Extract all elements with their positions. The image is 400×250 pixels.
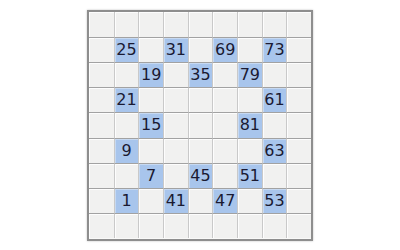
cell-r2c2-clue: 25 bbox=[114, 37, 139, 62]
cell-r7c9[interactable] bbox=[286, 163, 311, 188]
cell-r5c6[interactable] bbox=[212, 112, 237, 137]
cell-r7c3-clue: 7 bbox=[138, 163, 163, 188]
cell-r4c7[interactable] bbox=[237, 87, 262, 112]
cell-r9c5[interactable] bbox=[188, 213, 213, 238]
cell-r8c8-clue: 53 bbox=[262, 188, 287, 213]
cell-r4c3[interactable] bbox=[138, 87, 163, 112]
cell-r4c4[interactable] bbox=[163, 87, 188, 112]
cell-r2c1[interactable] bbox=[89, 37, 114, 62]
cell-r2c7[interactable] bbox=[237, 37, 262, 62]
cell-r1c3[interactable] bbox=[138, 12, 163, 37]
cell-r6c9[interactable] bbox=[286, 138, 311, 163]
cell-r6c6[interactable] bbox=[212, 138, 237, 163]
cell-r9c9[interactable] bbox=[286, 213, 311, 238]
cell-r5c4[interactable] bbox=[163, 112, 188, 137]
cell-r9c7[interactable] bbox=[237, 213, 262, 238]
cell-r5c2[interactable] bbox=[114, 112, 139, 137]
cell-r2c8-clue: 73 bbox=[262, 37, 287, 62]
cell-r3c7-clue: 79 bbox=[237, 62, 262, 87]
cell-r1c7[interactable] bbox=[237, 12, 262, 37]
cell-r8c6-clue: 47 bbox=[212, 188, 237, 213]
cell-r7c1[interactable] bbox=[89, 163, 114, 188]
cell-r4c6[interactable] bbox=[212, 87, 237, 112]
cell-r3c5-clue: 35 bbox=[188, 62, 213, 87]
cell-r8c4-clue: 41 bbox=[163, 188, 188, 213]
cell-r1c1[interactable] bbox=[89, 12, 114, 37]
cell-r3c9[interactable] bbox=[286, 62, 311, 87]
cell-r3c2[interactable] bbox=[114, 62, 139, 87]
cell-r4c9[interactable] bbox=[286, 87, 311, 112]
cell-r4c1[interactable] bbox=[89, 87, 114, 112]
cell-r6c7[interactable] bbox=[237, 138, 262, 163]
cell-r8c9[interactable] bbox=[286, 188, 311, 213]
cell-r4c5[interactable] bbox=[188, 87, 213, 112]
cell-r7c6[interactable] bbox=[212, 163, 237, 188]
cell-r4c2-clue: 21 bbox=[114, 87, 139, 112]
cell-r4c8-clue: 61 bbox=[262, 87, 287, 112]
cell-r3c4[interactable] bbox=[163, 62, 188, 87]
cell-r1c5[interactable] bbox=[188, 12, 213, 37]
cell-r6c2-clue: 9 bbox=[114, 138, 139, 163]
cell-r3c8[interactable] bbox=[262, 62, 287, 87]
cell-r5c5[interactable] bbox=[188, 112, 213, 137]
cell-r1c9[interactable] bbox=[286, 12, 311, 37]
cell-r5c7-clue: 81 bbox=[237, 112, 262, 137]
cell-r5c8[interactable] bbox=[262, 112, 287, 137]
cell-r8c7[interactable] bbox=[237, 188, 262, 213]
cell-r2c4-clue: 31 bbox=[163, 37, 188, 62]
cell-r5c9[interactable] bbox=[286, 112, 311, 137]
cell-r9c8[interactable] bbox=[262, 213, 287, 238]
cell-r8c1[interactable] bbox=[89, 188, 114, 213]
cell-r2c6-clue: 69 bbox=[212, 37, 237, 62]
cell-r8c5[interactable] bbox=[188, 188, 213, 213]
cell-r7c4[interactable] bbox=[163, 163, 188, 188]
cell-r7c7-clue: 51 bbox=[237, 163, 262, 188]
cell-r6c3[interactable] bbox=[138, 138, 163, 163]
cell-r6c1[interactable] bbox=[89, 138, 114, 163]
cell-r3c1[interactable] bbox=[89, 62, 114, 87]
cell-r1c6[interactable] bbox=[212, 12, 237, 37]
cell-r5c3-clue: 15 bbox=[138, 112, 163, 137]
cell-r7c2[interactable] bbox=[114, 163, 139, 188]
cell-r5c1[interactable] bbox=[89, 112, 114, 137]
cell-r8c3[interactable] bbox=[138, 188, 163, 213]
cell-r8c2-clue: 1 bbox=[114, 188, 139, 213]
cell-r9c6[interactable] bbox=[212, 213, 237, 238]
cell-r1c2[interactable] bbox=[114, 12, 139, 37]
cell-r6c4[interactable] bbox=[163, 138, 188, 163]
cell-r3c6[interactable] bbox=[212, 62, 237, 87]
page: 2531697319357921611581963745511414753 bbox=[0, 0, 400, 250]
cell-r9c4[interactable] bbox=[163, 213, 188, 238]
numbrix-board: 2531697319357921611581963745511414753 bbox=[87, 10, 313, 241]
cell-r2c9[interactable] bbox=[286, 37, 311, 62]
cell-r6c5[interactable] bbox=[188, 138, 213, 163]
cell-r2c3[interactable] bbox=[138, 37, 163, 62]
cell-r2c5[interactable] bbox=[188, 37, 213, 62]
cell-r1c8[interactable] bbox=[262, 12, 287, 37]
cell-r9c3[interactable] bbox=[138, 213, 163, 238]
cell-r1c4[interactable] bbox=[163, 12, 188, 37]
cell-r7c8[interactable] bbox=[262, 163, 287, 188]
cell-r9c2[interactable] bbox=[114, 213, 139, 238]
cell-r9c1[interactable] bbox=[89, 213, 114, 238]
cell-r6c8-clue: 63 bbox=[262, 138, 287, 163]
cell-r3c3-clue: 19 bbox=[138, 62, 163, 87]
cell-r7c5-clue: 45 bbox=[188, 163, 213, 188]
